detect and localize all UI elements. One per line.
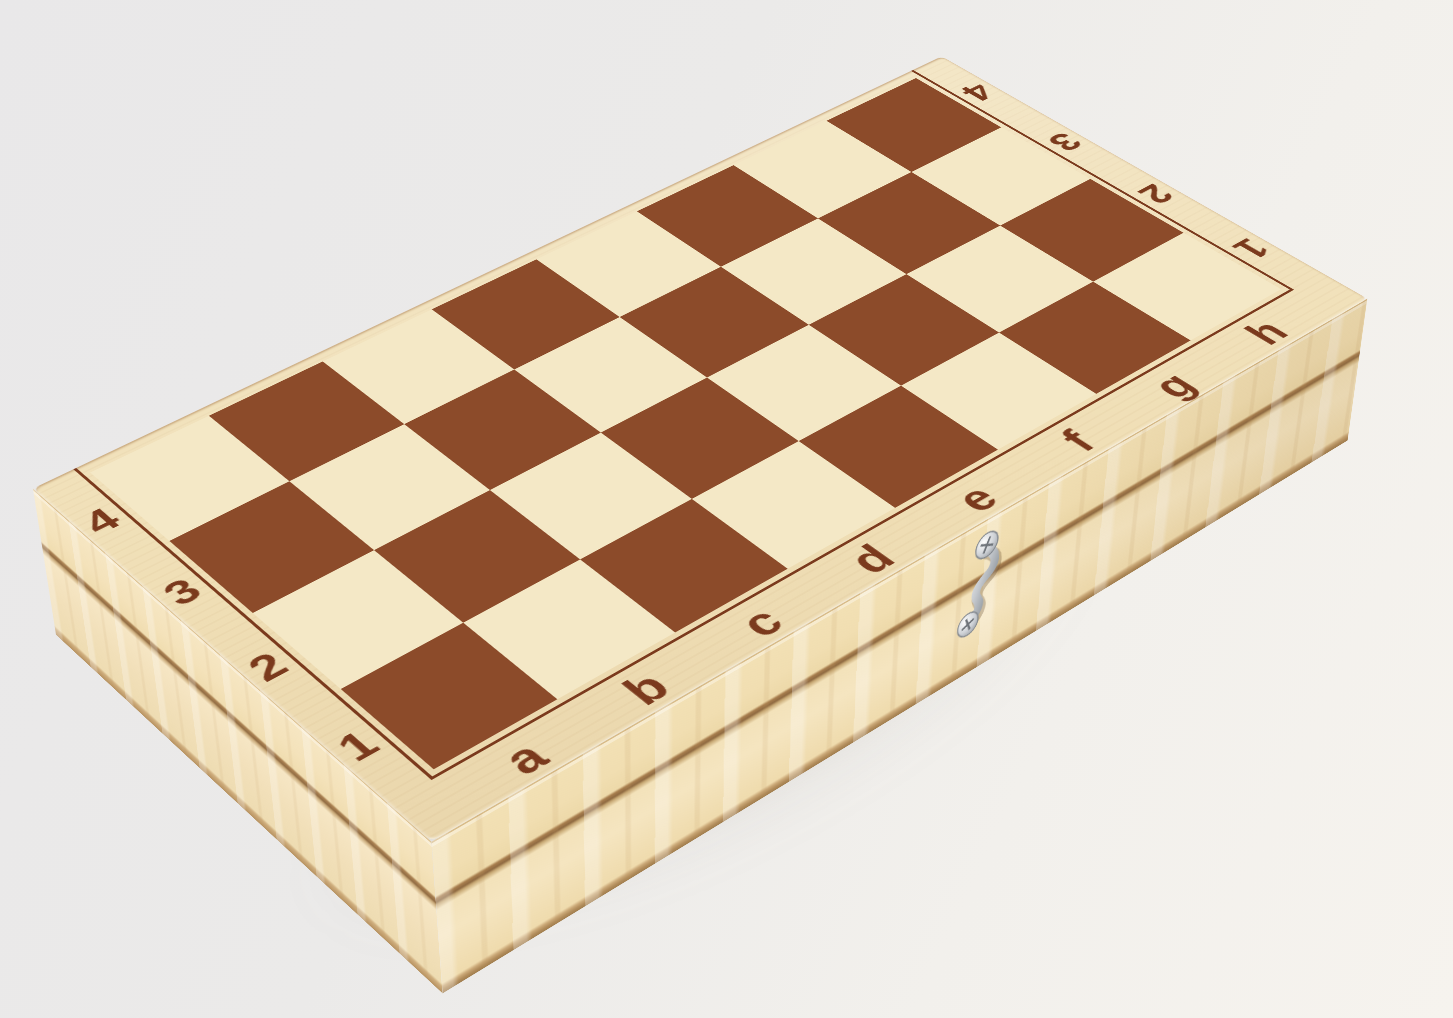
square-b1 xyxy=(463,559,675,699)
square-e1 xyxy=(799,386,998,508)
square-a1 xyxy=(341,623,558,770)
square-d1 xyxy=(692,441,895,569)
square-c1 xyxy=(580,499,787,633)
product-photo: 43214321abcdefgh xyxy=(0,0,1453,1018)
square-a2 xyxy=(253,550,463,689)
square-a4 xyxy=(90,416,289,541)
square-b3 xyxy=(289,424,490,550)
square-a3 xyxy=(169,481,374,613)
square-b2 xyxy=(374,490,580,623)
chess-box: 43214321abcdefgh xyxy=(33,56,1368,841)
square-d2 xyxy=(601,378,799,499)
photo-scene: 43214321abcdefgh xyxy=(0,0,1453,1018)
square-c2 xyxy=(490,433,692,560)
half-chessboard xyxy=(90,78,1281,769)
